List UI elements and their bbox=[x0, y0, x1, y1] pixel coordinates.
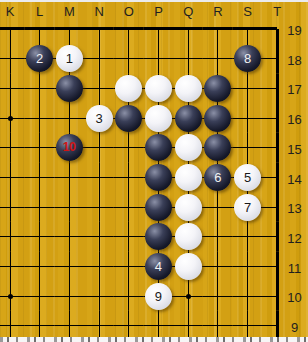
intersection-O13[interactable] bbox=[114, 192, 144, 222]
row-label-14: 14 bbox=[282, 171, 307, 186]
black-stone: 6 bbox=[204, 164, 231, 191]
intersection-P12[interactable] bbox=[144, 222, 174, 252]
white-stone bbox=[175, 194, 202, 221]
intersection-O18[interactable] bbox=[114, 44, 144, 74]
column-labels: KLMNOPQRST bbox=[0, 0, 308, 24]
intersection-S12[interactable] bbox=[233, 222, 263, 252]
intersection-N11[interactable] bbox=[84, 252, 114, 282]
intersection-P11[interactable]: 4 bbox=[144, 252, 174, 282]
move-number: 3 bbox=[95, 105, 102, 132]
intersection-R18[interactable] bbox=[203, 44, 233, 74]
white-stone: 9 bbox=[145, 283, 172, 310]
white-stone bbox=[175, 223, 202, 250]
star-point-K10 bbox=[8, 294, 13, 299]
column-label-N: N bbox=[94, 4, 103, 19]
white-stone bbox=[145, 105, 172, 132]
column-label-K: K bbox=[6, 4, 15, 19]
black-stone: 4 bbox=[145, 253, 172, 280]
row-label-19: 19 bbox=[282, 23, 307, 38]
intersection-N18[interactable] bbox=[84, 44, 114, 74]
move-number: 9 bbox=[155, 283, 162, 310]
intersection-L17[interactable] bbox=[25, 74, 55, 104]
intersection-Q11[interactable] bbox=[173, 252, 203, 282]
intersection-Q12[interactable] bbox=[173, 222, 203, 252]
star-point-K16 bbox=[8, 116, 13, 121]
black-stone bbox=[204, 105, 231, 132]
intersection-O11[interactable] bbox=[114, 252, 144, 282]
intersection-S15[interactable] bbox=[233, 133, 263, 163]
black-stone: 2 bbox=[26, 45, 53, 72]
intersection-R16[interactable] bbox=[203, 103, 233, 133]
intersection-L13[interactable] bbox=[25, 192, 55, 222]
intersection-O15[interactable] bbox=[114, 133, 144, 163]
intersection-L14[interactable] bbox=[25, 163, 55, 193]
intersection-R14[interactable]: 6 bbox=[203, 163, 233, 193]
black-stone bbox=[56, 75, 83, 102]
move-number: 2 bbox=[36, 45, 43, 72]
black-stone bbox=[115, 105, 142, 132]
row-label-12: 12 bbox=[282, 230, 307, 245]
black-stone bbox=[145, 164, 172, 191]
intersection-R13[interactable] bbox=[203, 192, 233, 222]
intersection-O12[interactable] bbox=[114, 222, 144, 252]
move-number: 8 bbox=[244, 45, 251, 72]
intersection-N16[interactable]: 3 bbox=[84, 103, 114, 133]
intersection-K13[interactable] bbox=[0, 192, 25, 222]
intersection-O14[interactable] bbox=[114, 163, 144, 193]
intersection-P16[interactable] bbox=[144, 103, 174, 133]
intersection-K18[interactable] bbox=[0, 44, 25, 74]
window-edge bbox=[0, 0, 308, 2]
intersection-L18[interactable]: 2 bbox=[25, 44, 55, 74]
intersection-P10[interactable]: 9 bbox=[144, 281, 174, 311]
black-stone bbox=[145, 134, 172, 161]
intersection-S13[interactable]: 7 bbox=[233, 192, 263, 222]
go-board-screen: KLMNOPQRST 191817161514131211109 2183106… bbox=[0, 0, 308, 342]
intersection-Q15[interactable] bbox=[173, 133, 203, 163]
white-stone: 5 bbox=[234, 164, 261, 191]
row-label-17: 17 bbox=[282, 82, 307, 97]
black-stone bbox=[175, 105, 202, 132]
intersection-S11[interactable] bbox=[233, 252, 263, 282]
intersection-O10[interactable] bbox=[114, 281, 144, 311]
black-stone: 10 bbox=[56, 134, 83, 161]
move-number: 5 bbox=[244, 164, 251, 191]
intersection-R17[interactable] bbox=[203, 74, 233, 104]
row-label-13: 13 bbox=[282, 201, 307, 216]
intersection-M17[interactable] bbox=[55, 74, 85, 104]
move-number: 7 bbox=[244, 194, 251, 221]
row-label-18: 18 bbox=[282, 52, 307, 67]
intersection-Q10[interactable] bbox=[173, 281, 203, 311]
intersection-K12[interactable] bbox=[0, 222, 25, 252]
white-stone: 1 bbox=[56, 45, 83, 72]
intersection-M15[interactable]: 10 bbox=[55, 133, 85, 163]
intersection-R10[interactable] bbox=[203, 281, 233, 311]
intersection-Q17[interactable] bbox=[173, 74, 203, 104]
intersection-N17[interactable] bbox=[84, 74, 114, 104]
intersection-S14[interactable]: 5 bbox=[233, 163, 263, 193]
intersection-K17[interactable] bbox=[0, 74, 25, 104]
intersection-Q14[interactable] bbox=[173, 163, 203, 193]
intersection-K15[interactable] bbox=[0, 133, 25, 163]
intersection-S17[interactable] bbox=[233, 74, 263, 104]
intersection-S18[interactable]: 8 bbox=[233, 44, 263, 74]
intersection-L16[interactable] bbox=[25, 103, 55, 133]
intersection-N13[interactable] bbox=[84, 192, 114, 222]
black-stone bbox=[204, 134, 231, 161]
intersection-P18[interactable] bbox=[144, 44, 174, 74]
white-stone: 7 bbox=[234, 194, 261, 221]
intersection-K14[interactable] bbox=[0, 163, 25, 193]
intersection-Q16[interactable] bbox=[173, 103, 203, 133]
black-stone bbox=[204, 75, 231, 102]
row-label-11: 11 bbox=[282, 260, 307, 275]
intersection-P17[interactable] bbox=[144, 74, 174, 104]
intersection-L11[interactable] bbox=[25, 252, 55, 282]
row-label-16: 16 bbox=[282, 112, 307, 127]
intersection-M11[interactable] bbox=[55, 252, 85, 282]
intersection-R15[interactable] bbox=[203, 133, 233, 163]
move-number: 10 bbox=[63, 134, 76, 161]
intersection-N10[interactable] bbox=[84, 281, 114, 311]
intersection-Q18[interactable] bbox=[173, 44, 203, 74]
intersection-R12[interactable] bbox=[203, 222, 233, 252]
intersection-M14[interactable] bbox=[55, 163, 85, 193]
intersection-Q13[interactable] bbox=[173, 192, 203, 222]
intersection-R11[interactable] bbox=[203, 252, 233, 282]
cropped-ui-strip bbox=[0, 337, 308, 342]
white-stone bbox=[175, 134, 202, 161]
column-label-L: L bbox=[36, 4, 43, 19]
intersection-N14[interactable] bbox=[84, 163, 114, 193]
intersection-M10[interactable] bbox=[55, 281, 85, 311]
intersection-L10[interactable] bbox=[25, 281, 55, 311]
row-label-15: 15 bbox=[282, 141, 307, 156]
black-stone: 8 bbox=[234, 45, 261, 72]
row-labels: 191817161514131211109 bbox=[282, 0, 308, 342]
intersection-M12[interactable] bbox=[55, 222, 85, 252]
move-number: 6 bbox=[214, 164, 221, 191]
column-label-M: M bbox=[64, 4, 75, 19]
black-stone bbox=[145, 223, 172, 250]
intersection-L15[interactable] bbox=[25, 133, 55, 163]
intersection-K11[interactable] bbox=[0, 252, 25, 282]
row-label-9: 9 bbox=[282, 320, 307, 335]
intersection-P15[interactable] bbox=[144, 133, 174, 163]
intersection-O17[interactable] bbox=[114, 74, 144, 104]
white-stone bbox=[145, 75, 172, 102]
white-stone bbox=[115, 75, 142, 102]
intersection-N15[interactable] bbox=[84, 133, 114, 163]
row-label-10: 10 bbox=[282, 290, 307, 305]
intersection-O16[interactable] bbox=[114, 103, 144, 133]
column-label-Q: Q bbox=[183, 4, 193, 19]
white-stone bbox=[175, 253, 202, 280]
intersection-P14[interactable] bbox=[144, 163, 174, 193]
white-stone bbox=[175, 75, 202, 102]
column-label-O: O bbox=[124, 4, 134, 19]
move-number: 1 bbox=[66, 45, 73, 72]
column-label-S: S bbox=[243, 4, 252, 19]
column-label-R: R bbox=[213, 4, 222, 19]
intersection-N12[interactable] bbox=[84, 222, 114, 252]
intersection-P13[interactable] bbox=[144, 192, 174, 222]
intersection-M18[interactable]: 1 bbox=[55, 44, 85, 74]
go-board: 21831065749 bbox=[0, 14, 292, 341]
intersection-M16[interactable] bbox=[55, 103, 85, 133]
intersection-L12[interactable] bbox=[25, 222, 55, 252]
intersection-K10[interactable] bbox=[0, 281, 25, 311]
intersection-S16[interactable] bbox=[233, 103, 263, 133]
intersection-M13[interactable] bbox=[55, 192, 85, 222]
white-stone bbox=[175, 164, 202, 191]
black-stone bbox=[145, 194, 172, 221]
column-label-T: T bbox=[273, 4, 281, 19]
intersection-K16[interactable] bbox=[0, 103, 25, 133]
white-stone: 3 bbox=[86, 105, 113, 132]
move-number: 4 bbox=[155, 253, 162, 280]
intersection-S10[interactable] bbox=[233, 281, 263, 311]
column-label-P: P bbox=[154, 4, 163, 19]
star-point-Q10 bbox=[186, 294, 191, 299]
